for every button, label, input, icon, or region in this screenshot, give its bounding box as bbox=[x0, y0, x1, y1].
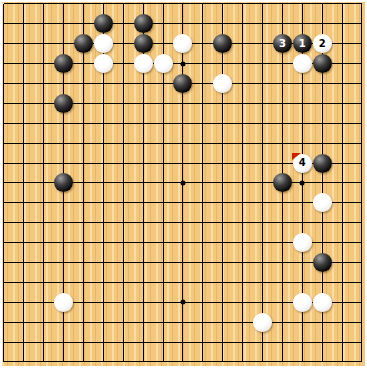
intersection-3-1[interactable] bbox=[34, 2, 54, 14]
intersection-8-6[interactable] bbox=[133, 93, 153, 113]
intersection-11-12[interactable] bbox=[193, 213, 213, 233]
intersection-15-18[interactable] bbox=[272, 332, 292, 352]
intersection-2-17[interactable] bbox=[14, 312, 34, 332]
intersection-6-10[interactable] bbox=[93, 173, 113, 193]
intersection-8-10[interactable] bbox=[133, 173, 153, 193]
intersection-2-6[interactable] bbox=[14, 93, 34, 113]
intersection-9-13[interactable] bbox=[153, 233, 173, 253]
intersection-4-10[interactable] bbox=[54, 173, 74, 193]
intersection-8-2[interactable] bbox=[133, 14, 153, 34]
intersection-1-18[interactable] bbox=[2, 332, 14, 352]
intersection-8-1[interactable] bbox=[133, 2, 153, 14]
intersection-3-4[interactable] bbox=[34, 54, 54, 74]
intersection-16-15[interactable] bbox=[292, 272, 312, 292]
intersection-5-13[interactable] bbox=[74, 233, 94, 253]
intersection-2-2[interactable] bbox=[14, 14, 34, 34]
intersection-9-5[interactable] bbox=[153, 74, 173, 94]
intersection-10-8[interactable] bbox=[173, 133, 193, 153]
intersection-19-18[interactable] bbox=[352, 332, 365, 352]
intersection-13-12[interactable] bbox=[233, 213, 253, 233]
intersection-1-15[interactable] bbox=[2, 272, 14, 292]
intersection-12-12[interactable] bbox=[213, 213, 233, 233]
intersection-7-10[interactable] bbox=[113, 173, 133, 193]
intersection-9-11[interactable] bbox=[153, 193, 173, 213]
intersection-7-2[interactable] bbox=[113, 14, 133, 34]
intersection-6-4[interactable] bbox=[93, 54, 113, 74]
intersection-11-18[interactable] bbox=[193, 332, 213, 352]
intersection-3-12[interactable] bbox=[34, 213, 54, 233]
intersection-5-6[interactable] bbox=[74, 93, 94, 113]
intersection-7-13[interactable] bbox=[113, 233, 133, 253]
intersection-17-2[interactable] bbox=[312, 14, 332, 34]
intersection-12-2[interactable] bbox=[213, 14, 233, 34]
intersection-6-11[interactable] bbox=[93, 193, 113, 213]
intersection-5-8[interactable] bbox=[74, 133, 94, 153]
intersection-5-7[interactable] bbox=[74, 113, 94, 133]
intersection-4-5[interactable] bbox=[54, 74, 74, 94]
intersection-17-5[interactable] bbox=[312, 74, 332, 94]
intersection-14-17[interactable] bbox=[253, 312, 273, 332]
intersection-12-13[interactable] bbox=[213, 233, 233, 253]
intersection-18-13[interactable] bbox=[332, 233, 352, 253]
intersection-1-8[interactable] bbox=[2, 133, 14, 153]
intersection-15-15[interactable] bbox=[272, 272, 292, 292]
intersection-13-19[interactable] bbox=[233, 352, 253, 366]
intersection-4-16[interactable] bbox=[54, 292, 74, 312]
intersection-17-12[interactable] bbox=[312, 213, 332, 233]
intersection-8-19[interactable] bbox=[133, 352, 153, 366]
intersection-6-1[interactable] bbox=[93, 2, 113, 14]
intersection-5-10[interactable] bbox=[74, 173, 94, 193]
intersection-18-11[interactable] bbox=[332, 193, 352, 213]
intersection-16-10[interactable] bbox=[292, 173, 312, 193]
intersection-6-6[interactable] bbox=[93, 93, 113, 113]
intersection-19-11[interactable] bbox=[352, 193, 365, 213]
intersection-8-3[interactable] bbox=[133, 34, 153, 54]
intersection-5-15[interactable] bbox=[74, 272, 94, 292]
intersection-9-6[interactable] bbox=[153, 93, 173, 113]
intersection-12-10[interactable] bbox=[213, 173, 233, 193]
intersection-8-11[interactable] bbox=[133, 193, 153, 213]
intersection-10-9[interactable] bbox=[173, 153, 193, 173]
intersection-13-16[interactable] bbox=[233, 292, 253, 312]
intersection-3-6[interactable] bbox=[34, 93, 54, 113]
intersection-10-16[interactable] bbox=[173, 292, 193, 312]
intersection-14-4[interactable] bbox=[253, 54, 273, 74]
intersection-13-8[interactable] bbox=[233, 133, 253, 153]
intersection-1-17[interactable] bbox=[2, 312, 14, 332]
intersection-10-15[interactable] bbox=[173, 272, 193, 292]
intersection-4-8[interactable] bbox=[54, 133, 74, 153]
intersection-15-16[interactable] bbox=[272, 292, 292, 312]
intersection-10-18[interactable] bbox=[173, 332, 193, 352]
intersection-12-19[interactable] bbox=[213, 352, 233, 366]
intersection-16-7[interactable] bbox=[292, 113, 312, 133]
intersection-3-11[interactable] bbox=[34, 193, 54, 213]
intersection-19-17[interactable] bbox=[352, 312, 365, 332]
intersection-7-15[interactable] bbox=[113, 272, 133, 292]
intersection-3-17[interactable] bbox=[34, 312, 54, 332]
intersection-5-19[interactable] bbox=[74, 352, 94, 366]
intersection-14-13[interactable] bbox=[253, 233, 273, 253]
intersection-8-13[interactable] bbox=[133, 233, 153, 253]
intersection-17-10[interactable] bbox=[312, 173, 332, 193]
intersection-17-1[interactable] bbox=[312, 2, 332, 14]
intersection-19-16[interactable] bbox=[352, 292, 365, 312]
intersection-12-6[interactable] bbox=[213, 93, 233, 113]
intersection-4-15[interactable] bbox=[54, 272, 74, 292]
intersection-19-14[interactable] bbox=[352, 253, 365, 273]
intersection-4-17[interactable] bbox=[54, 312, 74, 332]
intersection-13-10[interactable] bbox=[233, 173, 253, 193]
intersection-6-9[interactable] bbox=[93, 153, 113, 173]
intersection-14-6[interactable] bbox=[253, 93, 273, 113]
intersection-5-18[interactable] bbox=[74, 332, 94, 352]
intersection-14-12[interactable] bbox=[253, 213, 273, 233]
intersection-10-4[interactable] bbox=[173, 54, 193, 74]
intersection-17-3[interactable]: 2 bbox=[312, 34, 332, 54]
intersection-13-14[interactable] bbox=[233, 253, 253, 273]
intersection-9-7[interactable] bbox=[153, 113, 173, 133]
intersection-11-8[interactable] bbox=[193, 133, 213, 153]
intersection-3-9[interactable] bbox=[34, 153, 54, 173]
intersection-2-12[interactable] bbox=[14, 213, 34, 233]
intersection-4-3[interactable] bbox=[54, 34, 74, 54]
intersection-7-5[interactable] bbox=[113, 74, 133, 94]
intersection-9-16[interactable] bbox=[153, 292, 173, 312]
intersection-11-9[interactable] bbox=[193, 153, 213, 173]
intersection-15-4[interactable] bbox=[272, 54, 292, 74]
intersection-7-4[interactable] bbox=[113, 54, 133, 74]
intersection-11-1[interactable] bbox=[193, 2, 213, 14]
intersection-16-12[interactable] bbox=[292, 213, 312, 233]
intersection-3-19[interactable] bbox=[34, 352, 54, 366]
intersection-9-17[interactable] bbox=[153, 312, 173, 332]
intersection-14-8[interactable] bbox=[253, 133, 273, 153]
intersection-7-11[interactable] bbox=[113, 193, 133, 213]
intersection-19-6[interactable] bbox=[352, 93, 365, 113]
intersection-2-18[interactable] bbox=[14, 332, 34, 352]
intersection-19-5[interactable] bbox=[352, 74, 365, 94]
intersection-11-13[interactable] bbox=[193, 233, 213, 253]
intersection-7-19[interactable] bbox=[113, 352, 133, 366]
intersection-3-2[interactable] bbox=[34, 14, 54, 34]
intersection-1-1[interactable] bbox=[2, 2, 14, 14]
intersection-19-1[interactable] bbox=[352, 2, 365, 14]
intersection-14-7[interactable] bbox=[253, 113, 273, 133]
intersection-3-7[interactable] bbox=[34, 113, 54, 133]
intersection-3-3[interactable] bbox=[34, 34, 54, 54]
intersection-15-9[interactable] bbox=[272, 153, 292, 173]
intersection-16-13[interactable] bbox=[292, 233, 312, 253]
intersection-15-6[interactable] bbox=[272, 93, 292, 113]
intersection-16-19[interactable] bbox=[292, 352, 312, 366]
intersection-3-10[interactable] bbox=[34, 173, 54, 193]
intersection-5-2[interactable] bbox=[74, 14, 94, 34]
intersection-19-4[interactable] bbox=[352, 54, 365, 74]
intersection-1-13[interactable] bbox=[2, 233, 14, 253]
intersection-2-5[interactable] bbox=[14, 74, 34, 94]
intersection-3-13[interactable] bbox=[34, 233, 54, 253]
intersection-15-8[interactable] bbox=[272, 133, 292, 153]
intersection-14-1[interactable] bbox=[253, 2, 273, 14]
intersection-1-16[interactable] bbox=[2, 292, 14, 312]
intersection-15-3[interactable]: 3 bbox=[272, 34, 292, 54]
intersection-14-3[interactable] bbox=[253, 34, 273, 54]
intersection-5-14[interactable] bbox=[74, 253, 94, 273]
intersection-17-14[interactable] bbox=[312, 253, 332, 273]
intersection-4-1[interactable] bbox=[54, 2, 74, 14]
intersection-16-6[interactable] bbox=[292, 93, 312, 113]
intersection-16-3[interactable]: 1 bbox=[292, 34, 312, 54]
intersection-11-5[interactable] bbox=[193, 74, 213, 94]
intersection-1-4[interactable] bbox=[2, 54, 14, 74]
intersection-10-10[interactable] bbox=[173, 173, 193, 193]
intersection-9-10[interactable] bbox=[153, 173, 173, 193]
intersection-7-8[interactable] bbox=[113, 133, 133, 153]
intersection-12-3[interactable] bbox=[213, 34, 233, 54]
intersection-12-11[interactable] bbox=[213, 193, 233, 213]
intersection-1-14[interactable] bbox=[2, 253, 14, 273]
intersection-17-7[interactable] bbox=[312, 113, 332, 133]
intersection-2-7[interactable] bbox=[14, 113, 34, 133]
intersection-18-7[interactable] bbox=[332, 113, 352, 133]
intersection-17-18[interactable] bbox=[312, 332, 332, 352]
intersection-18-12[interactable] bbox=[332, 213, 352, 233]
intersection-9-14[interactable] bbox=[153, 253, 173, 273]
intersection-17-15[interactable] bbox=[312, 272, 332, 292]
intersection-10-1[interactable] bbox=[173, 2, 193, 14]
intersection-18-8[interactable] bbox=[332, 133, 352, 153]
intersection-4-13[interactable] bbox=[54, 233, 74, 253]
intersection-12-18[interactable] bbox=[213, 332, 233, 352]
intersection-4-19[interactable] bbox=[54, 352, 74, 366]
intersection-14-2[interactable] bbox=[253, 14, 273, 34]
intersection-3-5[interactable] bbox=[34, 74, 54, 94]
intersection-4-4[interactable] bbox=[54, 54, 74, 74]
intersection-18-19[interactable] bbox=[332, 352, 352, 366]
intersection-12-15[interactable] bbox=[213, 272, 233, 292]
intersection-16-18[interactable] bbox=[292, 332, 312, 352]
intersection-18-3[interactable] bbox=[332, 34, 352, 54]
intersection-11-14[interactable] bbox=[193, 253, 213, 273]
intersection-16-14[interactable] bbox=[292, 253, 312, 273]
intersection-10-2[interactable] bbox=[173, 14, 193, 34]
intersection-9-18[interactable] bbox=[153, 332, 173, 352]
intersection-11-6[interactable] bbox=[193, 93, 213, 113]
intersection-11-10[interactable] bbox=[193, 173, 213, 193]
intersection-5-17[interactable] bbox=[74, 312, 94, 332]
intersection-5-5[interactable] bbox=[74, 74, 94, 94]
intersection-18-10[interactable] bbox=[332, 173, 352, 193]
intersection-1-2[interactable] bbox=[2, 14, 14, 34]
intersection-18-6[interactable] bbox=[332, 93, 352, 113]
intersection-14-19[interactable] bbox=[253, 352, 273, 366]
intersection-3-14[interactable] bbox=[34, 253, 54, 273]
intersection-18-9[interactable] bbox=[332, 153, 352, 173]
intersection-2-9[interactable] bbox=[14, 153, 34, 173]
intersection-6-16[interactable] bbox=[93, 292, 113, 312]
intersection-18-17[interactable] bbox=[332, 312, 352, 332]
intersection-17-13[interactable] bbox=[312, 233, 332, 253]
intersection-12-5[interactable] bbox=[213, 74, 233, 94]
intersection-17-19[interactable] bbox=[312, 352, 332, 366]
intersection-13-5[interactable] bbox=[233, 74, 253, 94]
intersection-8-12[interactable] bbox=[133, 213, 153, 233]
intersection-7-3[interactable] bbox=[113, 34, 133, 54]
intersection-18-5[interactable] bbox=[332, 74, 352, 94]
intersection-8-15[interactable] bbox=[133, 272, 153, 292]
intersection-19-10[interactable] bbox=[352, 173, 365, 193]
intersection-1-7[interactable] bbox=[2, 113, 14, 133]
intersection-15-10[interactable] bbox=[272, 173, 292, 193]
intersection-2-1[interactable] bbox=[14, 2, 34, 14]
intersection-6-8[interactable] bbox=[93, 133, 113, 153]
intersection-11-17[interactable] bbox=[193, 312, 213, 332]
intersection-17-16[interactable] bbox=[312, 292, 332, 312]
intersection-14-14[interactable] bbox=[253, 253, 273, 273]
intersection-11-4[interactable] bbox=[193, 54, 213, 74]
intersection-16-11[interactable] bbox=[292, 193, 312, 213]
intersection-7-17[interactable] bbox=[113, 312, 133, 332]
intersection-16-2[interactable] bbox=[292, 14, 312, 34]
intersection-7-7[interactable] bbox=[113, 113, 133, 133]
intersection-2-13[interactable] bbox=[14, 233, 34, 253]
intersection-7-6[interactable] bbox=[113, 93, 133, 113]
intersection-7-9[interactable] bbox=[113, 153, 133, 173]
intersection-9-19[interactable] bbox=[153, 352, 173, 366]
intersection-12-8[interactable] bbox=[213, 133, 233, 153]
intersection-2-8[interactable] bbox=[14, 133, 34, 153]
intersection-16-16[interactable] bbox=[292, 292, 312, 312]
intersection-2-19[interactable] bbox=[14, 352, 34, 366]
intersection-8-16[interactable] bbox=[133, 292, 153, 312]
intersection-16-4[interactable] bbox=[292, 54, 312, 74]
intersection-15-2[interactable] bbox=[272, 14, 292, 34]
intersection-8-18[interactable] bbox=[133, 332, 153, 352]
intersection-17-6[interactable] bbox=[312, 93, 332, 113]
intersection-7-12[interactable] bbox=[113, 213, 133, 233]
intersection-3-8[interactable] bbox=[34, 133, 54, 153]
intersection-12-17[interactable] bbox=[213, 312, 233, 332]
intersection-13-15[interactable] bbox=[233, 272, 253, 292]
intersection-4-14[interactable] bbox=[54, 253, 74, 273]
intersection-15-14[interactable] bbox=[272, 253, 292, 273]
intersection-14-15[interactable] bbox=[253, 272, 273, 292]
intersection-15-17[interactable] bbox=[272, 312, 292, 332]
intersection-10-19[interactable] bbox=[173, 352, 193, 366]
intersection-4-7[interactable] bbox=[54, 113, 74, 133]
intersection-13-9[interactable] bbox=[233, 153, 253, 173]
intersection-4-6[interactable] bbox=[54, 93, 74, 113]
intersection-12-7[interactable] bbox=[213, 113, 233, 133]
intersection-9-15[interactable] bbox=[153, 272, 173, 292]
intersection-10-3[interactable] bbox=[173, 34, 193, 54]
intersection-16-8[interactable] bbox=[292, 133, 312, 153]
intersection-9-8[interactable] bbox=[153, 133, 173, 153]
intersection-18-18[interactable] bbox=[332, 332, 352, 352]
intersection-6-12[interactable] bbox=[93, 213, 113, 233]
intersection-8-8[interactable] bbox=[133, 133, 153, 153]
intersection-15-13[interactable] bbox=[272, 233, 292, 253]
intersection-14-11[interactable] bbox=[253, 193, 273, 213]
intersection-6-18[interactable] bbox=[93, 332, 113, 352]
intersection-15-5[interactable] bbox=[272, 74, 292, 94]
intersection-4-11[interactable] bbox=[54, 193, 74, 213]
intersection-11-2[interactable] bbox=[193, 14, 213, 34]
intersection-19-9[interactable] bbox=[352, 153, 365, 173]
intersection-19-19[interactable] bbox=[352, 352, 365, 366]
intersection-17-11[interactable] bbox=[312, 193, 332, 213]
intersection-12-14[interactable] bbox=[213, 253, 233, 273]
intersection-18-4[interactable] bbox=[332, 54, 352, 74]
intersection-10-13[interactable] bbox=[173, 233, 193, 253]
intersection-8-4[interactable] bbox=[133, 54, 153, 74]
intersection-8-7[interactable] bbox=[133, 113, 153, 133]
intersection-11-16[interactable] bbox=[193, 292, 213, 312]
intersection-15-1[interactable] bbox=[272, 2, 292, 14]
intersection-6-14[interactable] bbox=[93, 253, 113, 273]
intersection-17-17[interactable] bbox=[312, 312, 332, 332]
intersection-4-18[interactable] bbox=[54, 332, 74, 352]
intersection-13-1[interactable] bbox=[233, 2, 253, 14]
intersection-4-12[interactable] bbox=[54, 213, 74, 233]
intersection-6-2[interactable] bbox=[93, 14, 113, 34]
intersection-15-11[interactable] bbox=[272, 193, 292, 213]
intersection-5-3[interactable] bbox=[74, 34, 94, 54]
intersection-6-17[interactable] bbox=[93, 312, 113, 332]
intersection-7-16[interactable] bbox=[113, 292, 133, 312]
intersection-12-4[interactable] bbox=[213, 54, 233, 74]
intersection-19-12[interactable] bbox=[352, 213, 365, 233]
intersection-9-4[interactable] bbox=[153, 54, 173, 74]
intersection-10-14[interactable] bbox=[173, 253, 193, 273]
intersection-5-1[interactable] bbox=[74, 2, 94, 14]
intersection-11-11[interactable] bbox=[193, 193, 213, 213]
intersection-1-9[interactable] bbox=[2, 153, 14, 173]
intersection-5-12[interactable] bbox=[74, 213, 94, 233]
intersection-14-5[interactable] bbox=[253, 74, 273, 94]
intersection-8-9[interactable] bbox=[133, 153, 153, 173]
intersection-16-5[interactable] bbox=[292, 74, 312, 94]
intersection-6-13[interactable] bbox=[93, 233, 113, 253]
intersection-10-12[interactable] bbox=[173, 213, 193, 233]
intersection-19-3[interactable] bbox=[352, 34, 365, 54]
intersection-13-13[interactable] bbox=[233, 233, 253, 253]
intersection-15-19[interactable] bbox=[272, 352, 292, 366]
intersection-18-2[interactable] bbox=[332, 14, 352, 34]
intersection-6-3[interactable] bbox=[93, 34, 113, 54]
intersection-9-2[interactable] bbox=[153, 14, 173, 34]
intersection-13-3[interactable] bbox=[233, 34, 253, 54]
intersection-17-8[interactable] bbox=[312, 133, 332, 153]
intersection-19-2[interactable] bbox=[352, 14, 365, 34]
intersection-11-19[interactable] bbox=[193, 352, 213, 366]
intersection-9-3[interactable] bbox=[153, 34, 173, 54]
intersection-19-8[interactable] bbox=[352, 133, 365, 153]
intersection-2-16[interactable] bbox=[14, 292, 34, 312]
intersection-15-12[interactable] bbox=[272, 213, 292, 233]
intersection-7-14[interactable] bbox=[113, 253, 133, 273]
intersection-5-11[interactable] bbox=[74, 193, 94, 213]
intersection-14-9[interactable] bbox=[253, 153, 273, 173]
intersection-11-15[interactable] bbox=[193, 272, 213, 292]
intersection-1-5[interactable] bbox=[2, 74, 14, 94]
intersection-10-11[interactable] bbox=[173, 193, 193, 213]
intersection-8-5[interactable] bbox=[133, 74, 153, 94]
intersection-12-16[interactable] bbox=[213, 292, 233, 312]
intersection-9-12[interactable] bbox=[153, 213, 173, 233]
